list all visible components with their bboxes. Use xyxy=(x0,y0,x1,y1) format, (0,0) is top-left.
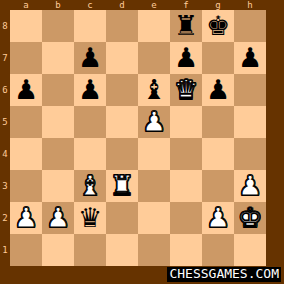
white-pawn-e5: ♟ xyxy=(142,106,166,138)
white-pawn-h3: ♟ xyxy=(238,170,262,202)
square-e3[interactable] xyxy=(138,170,170,202)
square-b1[interactable] xyxy=(42,234,74,266)
square-g8[interactable]: ♚ xyxy=(202,10,234,42)
square-g5[interactable] xyxy=(202,106,234,138)
site-watermark: CHESSGAMES.COM xyxy=(167,267,281,282)
square-g6[interactable]: ♟ xyxy=(202,74,234,106)
square-c8[interactable] xyxy=(74,10,106,42)
square-h4[interactable] xyxy=(234,138,266,170)
rank-label-8: 8 xyxy=(0,10,10,42)
rank-label-1: 1 xyxy=(0,234,10,266)
file-labels-top: abcdefgh xyxy=(10,0,266,10)
square-f5[interactable] xyxy=(170,106,202,138)
rank-label-5: 5 xyxy=(0,106,10,138)
square-d8[interactable] xyxy=(106,10,138,42)
file-label-g: g xyxy=(202,0,234,10)
square-a6[interactable]: ♟ xyxy=(10,74,42,106)
file-label-e: e xyxy=(138,0,170,10)
rank-label-4: 4 xyxy=(0,138,10,170)
square-e6[interactable]: ♝ xyxy=(138,74,170,106)
square-e7[interactable] xyxy=(138,42,170,74)
square-a1[interactable] xyxy=(10,234,42,266)
square-a5[interactable] xyxy=(10,106,42,138)
square-g1[interactable] xyxy=(202,234,234,266)
black-pawn-h7: ♟ xyxy=(238,42,262,74)
white-bishop-c3: ♝ xyxy=(78,170,102,202)
chess-board: ♜♚♟♟♟♟♟♝♛♟♟♝♜♟♟♟♛♟♚ xyxy=(10,10,266,266)
square-b6[interactable] xyxy=(42,74,74,106)
square-h7[interactable]: ♟ xyxy=(234,42,266,74)
square-a8[interactable] xyxy=(10,10,42,42)
square-e1[interactable] xyxy=(138,234,170,266)
square-b7[interactable] xyxy=(42,42,74,74)
square-c3[interactable]: ♝ xyxy=(74,170,106,202)
square-b3[interactable] xyxy=(42,170,74,202)
square-f4[interactable] xyxy=(170,138,202,170)
square-c7[interactable]: ♟ xyxy=(74,42,106,74)
square-f3[interactable] xyxy=(170,170,202,202)
white-pawn-b2: ♟ xyxy=(46,202,70,234)
rank-label-6: 6 xyxy=(0,74,10,106)
square-f1[interactable] xyxy=(170,234,202,266)
square-h5[interactable] xyxy=(234,106,266,138)
square-f2[interactable] xyxy=(170,202,202,234)
square-f6[interactable]: ♛ xyxy=(170,74,202,106)
square-h1[interactable] xyxy=(234,234,266,266)
rank-label-2: 2 xyxy=(0,202,10,234)
square-g4[interactable] xyxy=(202,138,234,170)
file-label-a: a xyxy=(10,0,42,10)
file-label-h: h xyxy=(234,0,266,10)
square-c2[interactable]: ♛ xyxy=(74,202,106,234)
black-pawn-c7: ♟ xyxy=(78,42,102,74)
black-queen-c2: ♛ xyxy=(78,202,102,234)
file-label-c: c xyxy=(74,0,106,10)
square-f7[interactable]: ♟ xyxy=(170,42,202,74)
square-b8[interactable] xyxy=(42,10,74,42)
square-c6[interactable]: ♟ xyxy=(74,74,106,106)
square-g3[interactable] xyxy=(202,170,234,202)
square-h2[interactable]: ♚ xyxy=(234,202,266,234)
white-queen-f6: ♛ xyxy=(174,74,198,106)
square-h6[interactable] xyxy=(234,74,266,106)
black-pawn-f7: ♟ xyxy=(174,42,198,74)
white-king-h2: ♚ xyxy=(238,202,262,234)
square-a7[interactable] xyxy=(10,42,42,74)
square-b4[interactable] xyxy=(42,138,74,170)
black-pawn-g6: ♟ xyxy=(206,74,230,106)
square-b5[interactable] xyxy=(42,106,74,138)
black-rook-f8: ♜ xyxy=(174,10,198,42)
square-e8[interactable] xyxy=(138,10,170,42)
square-d4[interactable] xyxy=(106,138,138,170)
square-c4[interactable] xyxy=(74,138,106,170)
square-e4[interactable] xyxy=(138,138,170,170)
square-g2[interactable]: ♟ xyxy=(202,202,234,234)
square-e5[interactable]: ♟ xyxy=(138,106,170,138)
square-a3[interactable] xyxy=(10,170,42,202)
file-label-f: f xyxy=(170,0,202,10)
square-g7[interactable] xyxy=(202,42,234,74)
square-d7[interactable] xyxy=(106,42,138,74)
square-d6[interactable] xyxy=(106,74,138,106)
black-pawn-c6: ♟ xyxy=(78,74,102,106)
square-a4[interactable] xyxy=(10,138,42,170)
black-king-g8: ♚ xyxy=(206,10,230,42)
square-a2[interactable]: ♟ xyxy=(10,202,42,234)
square-c1[interactable] xyxy=(74,234,106,266)
white-pawn-a2: ♟ xyxy=(14,202,38,234)
square-b2[interactable]: ♟ xyxy=(42,202,74,234)
file-label-b: b xyxy=(42,0,74,10)
white-pawn-g2: ♟ xyxy=(206,202,230,234)
white-rook-d3: ♜ xyxy=(110,170,134,202)
square-d5[interactable] xyxy=(106,106,138,138)
square-d2[interactable] xyxy=(106,202,138,234)
square-f8[interactable]: ♜ xyxy=(170,10,202,42)
square-c5[interactable] xyxy=(74,106,106,138)
rank-labels-left: 87654321 xyxy=(0,10,10,266)
square-d3[interactable]: ♜ xyxy=(106,170,138,202)
rank-label-3: 3 xyxy=(0,170,10,202)
rank-label-7: 7 xyxy=(0,42,10,74)
square-h3[interactable]: ♟ xyxy=(234,170,266,202)
file-label-d: d xyxy=(106,0,138,10)
square-d1[interactable] xyxy=(106,234,138,266)
square-h8[interactable] xyxy=(234,10,266,42)
square-e2[interactable] xyxy=(138,202,170,234)
black-pawn-a6: ♟ xyxy=(14,74,38,106)
black-bishop-e6: ♝ xyxy=(142,74,166,106)
chess-board-frame: abcdefgh 87654321 ♜♚♟♟♟♟♟♝♛♟♟♝♜♟♟♟♛♟♚ CH… xyxy=(0,0,284,284)
